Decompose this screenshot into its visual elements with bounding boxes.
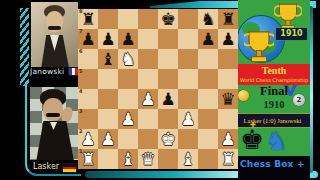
square-a2: 2♟ bbox=[78, 129, 98, 149]
lasker-photo bbox=[30, 87, 78, 160]
square-b5 bbox=[98, 69, 118, 89]
brand-label: Chess Box + bbox=[240, 159, 305, 169]
brand-strip: Chess Box + bbox=[238, 156, 310, 180]
square-f8 bbox=[178, 9, 198, 29]
square-f2 bbox=[178, 129, 198, 149]
piece-bp-e4: ♟ bbox=[160, 89, 175, 109]
piece-wr-a1: ♜ bbox=[80, 149, 95, 169]
square-b2: ♟ bbox=[98, 129, 118, 149]
square-d5 bbox=[138, 69, 158, 89]
teal-zigzag-decoration bbox=[20, 8, 29, 86]
square-f6 bbox=[178, 49, 198, 69]
square-e7 bbox=[158, 29, 178, 49]
piece-bn-g8: ♞ bbox=[200, 9, 215, 29]
piece-wk-e2: ♚ bbox=[160, 129, 175, 149]
thumbnail-stage: Janowski Lasker 8♜♚♞♜7♟♟♟♟♟6♝♞54♟♟♛3♟♟2♟… bbox=[0, 0, 320, 180]
piece-bp-h7: ♟ bbox=[220, 29, 235, 49]
piece-bp-c7: ♟ bbox=[120, 29, 135, 49]
rank-label-1: 1 bbox=[79, 148, 82, 154]
lasker-face bbox=[43, 98, 63, 121]
square-h4: ♛ bbox=[218, 89, 238, 109]
square-a1: 1♜ bbox=[78, 149, 98, 169]
square-a6: 6 bbox=[78, 49, 98, 69]
square-e8: ♚ bbox=[158, 9, 178, 29]
square-h2: ♟ bbox=[218, 129, 238, 149]
square-g5 bbox=[198, 69, 218, 89]
square-d2 bbox=[138, 129, 158, 149]
piece-bb-b6: ♝ bbox=[100, 49, 115, 69]
piece-bp-b7: ♟ bbox=[100, 29, 115, 49]
square-d6 bbox=[138, 49, 158, 69]
square-c4 bbox=[118, 89, 138, 109]
piece-wb-c1: ♝ bbox=[120, 149, 135, 169]
janowski-mustache bbox=[48, 26, 61, 30]
piece-wp-c3: ♟ bbox=[120, 109, 135, 129]
square-f4 bbox=[178, 89, 198, 109]
year-badge: 1910 bbox=[276, 28, 307, 40]
square-e6 bbox=[158, 49, 178, 69]
king-crown-accent: ✚ bbox=[250, 121, 256, 129]
square-a5: 5 bbox=[78, 69, 98, 89]
square-f5 bbox=[178, 69, 198, 89]
square-d1: ♛ bbox=[138, 149, 158, 169]
square-b7: ♟ bbox=[98, 29, 118, 49]
piece-wb-f1: ♝ bbox=[180, 149, 195, 169]
square-e4: ♟ bbox=[158, 89, 178, 109]
piece-wp-d4: ♟ bbox=[140, 89, 155, 109]
rank-label-8: 8 bbox=[79, 8, 82, 14]
square-g6 bbox=[198, 49, 218, 69]
square-e1 bbox=[158, 149, 178, 169]
blue-knight-icon: ♞ bbox=[265, 126, 288, 156]
square-e3 bbox=[158, 109, 178, 129]
square-h3 bbox=[218, 109, 238, 129]
piece-wn-c6: ♞ bbox=[120, 49, 135, 69]
piece-bk-e8: ♚ bbox=[160, 9, 175, 29]
square-a3: 3 bbox=[78, 109, 98, 129]
square-c1: ♝ bbox=[118, 149, 138, 169]
square-c7: ♟ bbox=[118, 29, 138, 49]
piece-wp-a2: ♟ bbox=[80, 129, 95, 149]
square-a7: 7♟ bbox=[78, 29, 98, 49]
square-c8 bbox=[118, 9, 138, 29]
square-f3: ♟ bbox=[178, 109, 198, 129]
square-c2 bbox=[118, 129, 138, 149]
square-g8: ♞ bbox=[198, 9, 218, 29]
square-h1: ♜ bbox=[218, 149, 238, 169]
square-h7: ♟ bbox=[218, 29, 238, 49]
piece-wp-b2: ♟ bbox=[100, 129, 115, 149]
square-g2 bbox=[198, 129, 218, 149]
trophy-icon bbox=[244, 28, 274, 68]
rank-label-5: 5 bbox=[79, 68, 82, 74]
rank-label-2: 2 bbox=[79, 128, 82, 134]
france-flag-icon bbox=[69, 68, 78, 75]
square-f1: ♝ bbox=[178, 149, 198, 169]
square-a4: 4 bbox=[78, 89, 98, 109]
square-h8: ♜ bbox=[218, 9, 238, 29]
piece-wr-h1: ♜ bbox=[220, 149, 235, 169]
square-d4: ♟ bbox=[138, 89, 158, 109]
piece-br-a8: ♜ bbox=[80, 9, 95, 29]
piece-bq-h4: ♛ bbox=[220, 89, 235, 109]
square-c6: ♞ bbox=[118, 49, 138, 69]
chess-board: 8♜♚♞♜7♟♟♟♟♟6♝♞54♟♟♛3♟♟2♟♟♚♟1♜♝♛♝♜ bbox=[78, 9, 238, 169]
rank-label-3: 3 bbox=[79, 108, 82, 114]
championship-panel: 1910 Tenth World Chess Championship Fina… bbox=[238, 0, 310, 180]
square-g1 bbox=[198, 149, 218, 169]
square-b4 bbox=[98, 89, 118, 109]
germany-flag-icon bbox=[63, 164, 76, 172]
lasker-mustache bbox=[46, 113, 60, 117]
rank-label-7: 7 bbox=[79, 28, 82, 34]
square-b3 bbox=[98, 109, 118, 129]
piece-br-h8: ♜ bbox=[220, 9, 235, 29]
square-b8 bbox=[98, 9, 118, 29]
player-name-top: Janowski bbox=[30, 67, 70, 76]
square-d3 bbox=[138, 109, 158, 129]
player-name-bottom: Lasker bbox=[33, 162, 67, 171]
square-f7 bbox=[178, 29, 198, 49]
piece-wq-d1: ♛ bbox=[140, 149, 155, 169]
square-e5 bbox=[158, 69, 178, 89]
piece-wp-f3: ♟ bbox=[180, 109, 195, 129]
square-b6: ♝ bbox=[98, 49, 118, 69]
piece-bp-g7: ♟ bbox=[200, 29, 215, 49]
square-g4 bbox=[198, 89, 218, 109]
square-h5 bbox=[218, 69, 238, 89]
edition-label: Tenth bbox=[238, 64, 310, 77]
event-banner: Tenth World Chess Championship bbox=[238, 64, 310, 85]
event-name: World Chess Championship bbox=[238, 77, 310, 84]
square-b1 bbox=[98, 149, 118, 169]
square-c5 bbox=[118, 69, 138, 89]
janowski-photo bbox=[31, 2, 78, 67]
square-e2: ♚ bbox=[158, 129, 178, 149]
square-a8: 8♜ bbox=[78, 9, 98, 29]
year-label: 1910 bbox=[238, 99, 310, 110]
rank-label-4: 4 bbox=[79, 88, 82, 94]
square-h6 bbox=[218, 49, 238, 69]
piece-bp-a7: ♟ bbox=[80, 29, 95, 49]
square-c3: ♟ bbox=[118, 109, 138, 129]
square-g3 bbox=[198, 109, 218, 129]
piece-wp-h2: ♟ bbox=[220, 129, 235, 149]
rank-label-6: 6 bbox=[79, 48, 82, 54]
square-d8 bbox=[138, 9, 158, 29]
square-g7: ♟ bbox=[198, 29, 218, 49]
square-d7 bbox=[138, 29, 158, 49]
